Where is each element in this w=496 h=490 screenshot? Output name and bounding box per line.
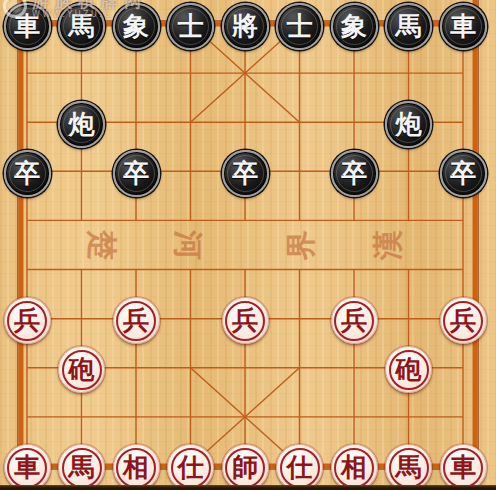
- board-point[interactable]: [54, 394, 109, 443]
- piece-glyph: 相: [341, 454, 367, 480]
- piece-glyph: 馬: [396, 454, 422, 480]
- piece-glyph: 師: [232, 454, 258, 480]
- piece-glyph: 卒: [341, 160, 367, 186]
- piece-black-elephant[interactable]: 象: [113, 3, 160, 50]
- piece-red-advisor[interactable]: 仕: [276, 444, 323, 490]
- board-point[interactable]: [54, 198, 109, 247]
- board-point[interactable]: 炮: [54, 100, 109, 149]
- board-point[interactable]: [109, 51, 164, 100]
- board-point[interactable]: 仕: [272, 443, 327, 490]
- board-point[interactable]: [272, 51, 327, 100]
- board-point[interactable]: 車: [436, 2, 491, 51]
- board-point[interactable]: [0, 394, 54, 443]
- board-point[interactable]: 馬: [381, 2, 436, 51]
- piece-glyph: 車: [450, 454, 476, 480]
- piece-glyph: 士: [178, 13, 204, 39]
- piece-glyph: 象: [123, 13, 149, 39]
- board-point[interactable]: [0, 247, 54, 296]
- piece-glyph: 仕: [178, 454, 204, 480]
- piece-red-soldier[interactable]: 兵: [4, 297, 51, 344]
- board-point[interactable]: 將: [218, 2, 273, 51]
- board-point[interactable]: 卒: [327, 149, 382, 198]
- piece-black-soldier[interactable]: 卒: [222, 150, 269, 197]
- board-point[interactable]: [436, 198, 491, 247]
- board-point[interactable]: [218, 394, 273, 443]
- board-point[interactable]: [436, 345, 491, 394]
- board-point[interactable]: 兵: [436, 296, 491, 345]
- piece-glyph: 卒: [232, 160, 258, 186]
- piece-red-elephant[interactable]: 相: [113, 444, 160, 490]
- board-point[interactable]: [327, 51, 382, 100]
- board-point[interactable]: [272, 296, 327, 345]
- piece-glyph: 車: [14, 454, 40, 480]
- piece-glyph: 兵: [341, 307, 367, 333]
- board-point[interactable]: [272, 198, 327, 247]
- piece-black-chariot[interactable]: 車: [440, 3, 487, 50]
- board-point[interactable]: [272, 345, 327, 394]
- piece-red-soldier[interactable]: 兵: [222, 297, 269, 344]
- board-point[interactable]: [381, 198, 436, 247]
- piece-red-soldier[interactable]: 兵: [331, 297, 378, 344]
- piece-red-cannon[interactable]: 砲: [58, 346, 105, 393]
- piece-red-soldier[interactable]: 兵: [440, 297, 487, 344]
- board-point[interactable]: [109, 345, 164, 394]
- board-point[interactable]: [54, 296, 109, 345]
- board-point[interactable]: [54, 149, 109, 198]
- board-point[interactable]: 士: [163, 2, 218, 51]
- board-point[interactable]: [0, 198, 54, 247]
- board-point[interactable]: [0, 100, 54, 149]
- board-point[interactable]: 士: [272, 2, 327, 51]
- board-point[interactable]: 相: [109, 443, 164, 490]
- piece-red-chariot[interactable]: 車: [440, 444, 487, 490]
- piece-black-advisor[interactable]: 士: [167, 3, 214, 50]
- board-point[interactable]: [218, 345, 273, 394]
- board-point[interactable]: 卒: [0, 149, 54, 198]
- piece-glyph: 車: [450, 13, 476, 39]
- board-point[interactable]: [218, 198, 273, 247]
- board-point[interactable]: [327, 100, 382, 149]
- board-point[interactable]: [218, 100, 273, 149]
- piece-glyph: 炮: [396, 111, 422, 137]
- board-point[interactable]: [272, 100, 327, 149]
- board-point[interactable]: [163, 345, 218, 394]
- board-point[interactable]: [54, 247, 109, 296]
- piece-glyph: 車: [14, 13, 40, 39]
- piece-glyph: 砲: [396, 356, 422, 382]
- board-point[interactable]: [109, 247, 164, 296]
- board-point[interactable]: [0, 51, 54, 100]
- piece-glyph: 兵: [450, 307, 476, 333]
- piece-red-elephant[interactable]: 相: [331, 444, 378, 490]
- board-point[interactable]: 馬: [54, 443, 109, 490]
- board-point[interactable]: 炮: [381, 100, 436, 149]
- piece-glyph: 相: [123, 454, 149, 480]
- piece-glyph: 兵: [123, 307, 149, 333]
- board-point[interactable]: [109, 198, 164, 247]
- board-point[interactable]: [381, 51, 436, 100]
- piece-black-general[interactable]: 將: [222, 3, 269, 50]
- board-point[interactable]: [436, 394, 491, 443]
- piece-red-soldier[interactable]: 兵: [113, 297, 160, 344]
- board-point[interactable]: [381, 149, 436, 198]
- board-point[interactable]: [218, 51, 273, 100]
- board-point[interactable]: [163, 394, 218, 443]
- piece-black-soldier[interactable]: 卒: [440, 150, 487, 197]
- board-point[interactable]: [163, 296, 218, 345]
- board-point[interactable]: [272, 149, 327, 198]
- piece-black-soldier[interactable]: 卒: [113, 150, 160, 197]
- piece-black-elephant[interactable]: 象: [331, 3, 378, 50]
- piece-black-cannon[interactable]: 炮: [385, 101, 432, 148]
- piece-black-chariot[interactable]: 車: [4, 3, 51, 50]
- piece-black-soldier[interactable]: 卒: [331, 150, 378, 197]
- piece-glyph: 仕: [287, 454, 313, 480]
- piece-black-horse[interactable]: 馬: [58, 3, 105, 50]
- board-point[interactable]: 車: [0, 443, 54, 490]
- board-point[interactable]: 卒: [109, 149, 164, 198]
- board-point[interactable]: 仕: [163, 443, 218, 490]
- piece-glyph: 炮: [69, 111, 95, 137]
- board-point[interactable]: [436, 247, 491, 296]
- board-point[interactable]: [218, 247, 273, 296]
- board-point[interactable]: [381, 247, 436, 296]
- piece-black-horse[interactable]: 馬: [385, 3, 432, 50]
- piece-glyph: 象: [341, 13, 367, 39]
- board-point[interactable]: [54, 51, 109, 100]
- board-point[interactable]: 兵: [109, 296, 164, 345]
- board-point[interactable]: [327, 345, 382, 394]
- board-point[interactable]: [436, 51, 491, 100]
- board-point[interactable]: [327, 198, 382, 247]
- board-point[interactable]: 馬: [54, 2, 109, 51]
- piece-glyph: 卒: [450, 160, 476, 186]
- board-point[interactable]: 兵: [327, 296, 382, 345]
- piece-red-general[interactable]: 師: [222, 444, 269, 490]
- piece-glyph: 兵: [14, 307, 40, 333]
- board-point[interactable]: [163, 51, 218, 100]
- piece-glyph: 將: [232, 13, 258, 39]
- board-point[interactable]: 卒: [436, 149, 491, 198]
- piece-glyph: 卒: [123, 160, 149, 186]
- piece-black-advisor[interactable]: 士: [276, 3, 323, 50]
- piece-black-cannon[interactable]: 炮: [58, 101, 105, 148]
- board-point[interactable]: 師: [218, 443, 273, 490]
- board-point[interactable]: 車: [436, 443, 491, 490]
- piece-glyph: 馬: [69, 454, 95, 480]
- piece-red-cannon[interactable]: 砲: [385, 346, 432, 393]
- board-point[interactable]: 馬: [381, 443, 436, 490]
- piece-red-horse[interactable]: 馬: [58, 444, 105, 490]
- board-point[interactable]: [163, 149, 218, 198]
- piece-red-advisor[interactable]: 仕: [167, 444, 214, 490]
- board-point[interactable]: [163, 247, 218, 296]
- board-point[interactable]: [381, 296, 436, 345]
- piece-red-chariot[interactable]: 車: [4, 444, 51, 490]
- board-point[interactable]: [381, 394, 436, 443]
- piece-glyph: 兵: [232, 307, 258, 333]
- board-point[interactable]: 車: [0, 2, 54, 51]
- board-point[interactable]: [327, 394, 382, 443]
- board-point[interactable]: [272, 247, 327, 296]
- board-point[interactable]: [436, 100, 491, 149]
- piece-glyph: 卒: [14, 160, 40, 186]
- xiangqi-board: 楚河界漢 車馬象士將士象馬車炮炮卒卒卒卒卒兵兵兵兵兵砲砲車馬相仕師仕相馬車 游族…: [0, 0, 496, 490]
- board-bottom-edge: [0, 485, 496, 490]
- board-point[interactable]: [163, 100, 218, 149]
- board-grid: 車馬象士將士象馬車炮炮卒卒卒卒卒兵兵兵兵兵砲砲車馬相仕師仕相馬車: [0, 2, 490, 490]
- board-point[interactable]: 兵: [0, 296, 54, 345]
- board-point[interactable]: 砲: [54, 345, 109, 394]
- piece-glyph: 馬: [396, 13, 422, 39]
- piece-black-soldier[interactable]: 卒: [4, 150, 51, 197]
- board-point[interactable]: [272, 394, 327, 443]
- piece-red-horse[interactable]: 馬: [385, 444, 432, 490]
- piece-glyph: 士: [287, 13, 313, 39]
- board-point[interactable]: 象: [327, 2, 382, 51]
- board-point[interactable]: 砲: [381, 345, 436, 394]
- board-point[interactable]: 卒: [218, 149, 273, 198]
- board-point[interactable]: [109, 394, 164, 443]
- board-point[interactable]: 相: [327, 443, 382, 490]
- board-point[interactable]: [109, 100, 164, 149]
- board-point[interactable]: [327, 247, 382, 296]
- board-point[interactable]: 兵: [218, 296, 273, 345]
- board-point[interactable]: [163, 198, 218, 247]
- board-point[interactable]: 象: [109, 2, 164, 51]
- board-point[interactable]: [0, 345, 54, 394]
- piece-glyph: 砲: [69, 356, 95, 382]
- piece-glyph: 馬: [69, 13, 95, 39]
